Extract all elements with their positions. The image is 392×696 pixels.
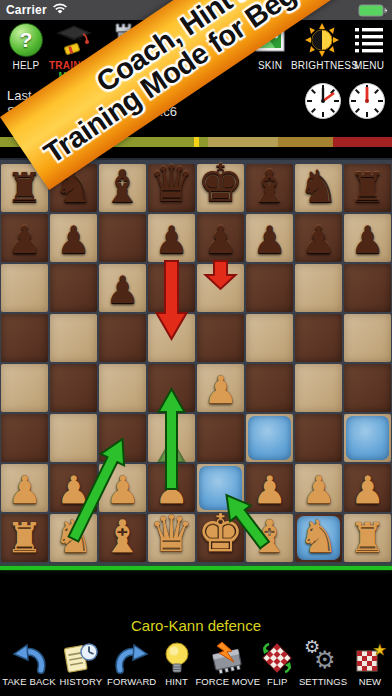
- square-g3[interactable]: [295, 414, 342, 462]
- gears-icon: ⚙⚙: [297, 640, 349, 674]
- cpu-chip-icon: [195, 640, 257, 674]
- settings-button[interactable]: ⚙⚙ SETTINGS: [297, 638, 349, 696]
- bottom-toolbar: TAKE BACK HISTORY: [0, 638, 392, 696]
- square-h2[interactable]: [344, 464, 391, 512]
- history-button[interactable]: HISTORY: [57, 638, 105, 696]
- new-label: NEW: [350, 676, 390, 687]
- forward-label: FORWARD: [106, 676, 158, 687]
- square-a3[interactable]: [1, 414, 48, 462]
- square-d5[interactable]: [148, 314, 195, 362]
- take-back-button[interactable]: TAKE BACK: [2, 638, 56, 696]
- square-f2[interactable]: [246, 464, 293, 512]
- menu-label: MENU: [350, 60, 388, 71]
- flip-label: FLIP: [258, 676, 296, 687]
- new-game-board-icon: ★: [350, 640, 390, 674]
- hint-button[interactable]: HINT: [159, 638, 195, 696]
- question-mark-circle-icon: ?: [9, 23, 43, 57]
- battery-icon: [358, 4, 388, 17]
- square-b7[interactable]: [50, 214, 97, 262]
- square-c8[interactable]: [99, 164, 146, 212]
- brightness-label: BRIGHTNESS: [291, 60, 353, 71]
- white-clock: [304, 82, 342, 120]
- chess-app-screen: { "game": "chess", "position": "rnbqkbnr…: [0, 0, 392, 696]
- graduation-cap-icon: [49, 22, 99, 58]
- square-g4[interactable]: [295, 364, 342, 412]
- square-b3[interactable]: [50, 414, 97, 462]
- square-a1[interactable]: [1, 514, 48, 562]
- eval-segment: [208, 137, 279, 147]
- square-d3[interactable]: [148, 414, 195, 462]
- square-a6[interactable]: [1, 264, 48, 312]
- square-f5[interactable]: [246, 314, 293, 362]
- force-move-label: FORCE MOVE: [195, 676, 257, 687]
- square-b1[interactable]: [50, 514, 97, 562]
- square-a5[interactable]: [1, 314, 48, 362]
- board-bottom-border: [0, 566, 392, 570]
- square-d2[interactable]: [148, 464, 195, 512]
- eval-segment: [278, 137, 333, 147]
- square-h1[interactable]: [344, 514, 391, 562]
- square-h8[interactable]: [344, 164, 391, 212]
- forward-button[interactable]: FORWARD: [106, 638, 158, 696]
- square-b6[interactable]: [50, 264, 97, 312]
- square-e3[interactable]: [197, 414, 244, 462]
- square-g7[interactable]: [295, 214, 342, 262]
- square-d8[interactable]: [148, 164, 195, 212]
- square-d4[interactable]: [148, 364, 195, 412]
- square-h5[interactable]: [344, 314, 391, 362]
- brightness-button[interactable]: BRIGHTNESS: [291, 22, 353, 71]
- square-e8[interactable]: [197, 164, 244, 212]
- square-d1[interactable]: [148, 514, 195, 562]
- square-a2[interactable]: [1, 464, 48, 512]
- square-h4[interactable]: [344, 364, 391, 412]
- square-e7[interactable]: [197, 214, 244, 262]
- notepad-clock-icon: [57, 640, 105, 674]
- wifi-icon: [52, 3, 68, 18]
- highlight-e2: [199, 466, 242, 510]
- square-a7[interactable]: [1, 214, 48, 262]
- half-sun-icon: [291, 22, 353, 58]
- square-e5[interactable]: [197, 314, 244, 362]
- black-clock: [348, 82, 386, 120]
- light-bulb-icon: [159, 640, 195, 674]
- square-c4[interactable]: [99, 364, 146, 412]
- square-g8[interactable]: [295, 164, 342, 212]
- square-g2[interactable]: [295, 464, 342, 512]
- square-b4[interactable]: [50, 364, 97, 412]
- help-button[interactable]: ? HELP: [6, 22, 46, 71]
- history-label: HISTORY: [57, 676, 105, 687]
- eval-segment: [333, 137, 392, 147]
- menu-button[interactable]: MENU: [350, 22, 388, 71]
- clocks: [304, 82, 386, 120]
- svg-text:★: ★: [373, 642, 386, 659]
- hint-label: HINT: [159, 676, 195, 687]
- opening-name: Caro-Kann defence: [0, 617, 392, 634]
- take-back-label: TAKE BACK: [2, 676, 56, 687]
- eval-marker: [194, 137, 199, 147]
- highlight-f3: [248, 416, 291, 460]
- highlight-h3: [346, 416, 389, 460]
- square-f8[interactable]: [246, 164, 293, 212]
- skin-label: SKIN: [248, 60, 292, 71]
- square-c3[interactable]: [99, 414, 146, 462]
- square-c2[interactable]: [99, 464, 146, 512]
- square-c1[interactable]: [99, 514, 146, 562]
- undo-arrow-icon: [2, 640, 56, 674]
- square-c7[interactable]: [99, 214, 146, 262]
- square-g5[interactable]: [295, 314, 342, 362]
- square-h7[interactable]: [344, 214, 391, 262]
- new-game-button[interactable]: ★ NEW: [350, 638, 390, 696]
- square-d7[interactable]: [148, 214, 195, 262]
- square-c5[interactable]: [99, 314, 146, 362]
- square-c6[interactable]: [99, 264, 146, 312]
- square-g6[interactable]: [295, 264, 342, 312]
- flip-button[interactable]: FLIP: [258, 638, 296, 696]
- redo-arrow-icon: [106, 640, 158, 674]
- square-e6[interactable]: [197, 264, 244, 312]
- square-a4[interactable]: [1, 364, 48, 412]
- square-d6[interactable]: [148, 264, 195, 312]
- square-f6[interactable]: [246, 264, 293, 312]
- settings-label: SETTINGS: [297, 676, 349, 687]
- flip-board-icon: [258, 640, 296, 674]
- help-label: HELP: [6, 60, 46, 71]
- square-e4[interactable]: [197, 364, 244, 412]
- square-b2[interactable]: [50, 464, 97, 512]
- chess-board[interactable]: ♜♞♝♛♚♝♞♜♟♟♟♟♟♟♟♟♟♟♟♟♟♟♟♟♜♞♝♛♚♝♞♜: [0, 158, 392, 566]
- square-e1[interactable]: [197, 514, 244, 562]
- square-f7[interactable]: [246, 214, 293, 262]
- square-f4[interactable]: [246, 364, 293, 412]
- square-f1[interactable]: [246, 514, 293, 562]
- bullet-list-icon: [350, 22, 388, 58]
- force-move-button[interactable]: FORCE MOVE: [195, 638, 257, 696]
- carrier-label: Carrier: [6, 3, 47, 17]
- square-b5[interactable]: [50, 314, 97, 362]
- square-h6[interactable]: [344, 264, 391, 312]
- highlight-g1: [297, 516, 340, 560]
